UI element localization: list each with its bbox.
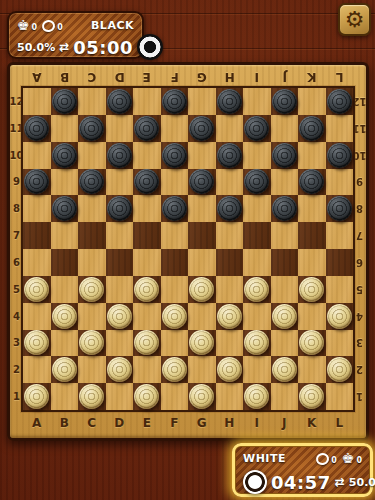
square-D8[interactable] [106, 195, 134, 222]
square-A9[interactable] [23, 169, 51, 196]
square-E4[interactable] [133, 303, 161, 330]
square-E6[interactable] [133, 249, 161, 276]
square-A5[interactable] [23, 276, 51, 303]
black-piece[interactable] [52, 143, 77, 168]
square-K5[interactable] [298, 276, 326, 303]
rank-label-1: 1 [10, 383, 23, 410]
square-G8[interactable] [188, 195, 216, 222]
rank-label-8: 8 [10, 195, 23, 222]
rank-labels-right: 121110987654321 [353, 88, 366, 410]
square-C4[interactable] [78, 303, 106, 330]
square-L3[interactable] [326, 330, 354, 357]
white-piece[interactable] [24, 384, 49, 409]
square-L10[interactable] [326, 142, 354, 169]
square-J9[interactable] [271, 169, 299, 196]
square-H3[interactable] [216, 330, 244, 357]
square-B10[interactable] [51, 142, 79, 169]
square-D11[interactable] [106, 115, 134, 142]
square-G4[interactable] [188, 303, 216, 330]
square-I4[interactable] [243, 303, 271, 330]
square-H8[interactable] [216, 195, 244, 222]
square-L1[interactable] [326, 383, 354, 410]
square-A4[interactable] [23, 303, 51, 330]
square-G3[interactable] [188, 330, 216, 357]
swap-arrows-icon: ⇄ [59, 42, 69, 52]
square-L2[interactable] [326, 356, 354, 383]
rank-label-5: 5 [10, 276, 23, 303]
file-label-E: E [133, 412, 161, 434]
file-label-G: G [188, 412, 216, 434]
square-I2[interactable] [243, 356, 271, 383]
square-H4[interactable] [216, 303, 244, 330]
square-I3[interactable] [243, 330, 271, 357]
captured-men-count: 0 [57, 23, 63, 32]
rank-label-7: 7 [353, 222, 366, 249]
white-piece[interactable] [24, 330, 49, 355]
square-D12[interactable] [106, 88, 134, 115]
square-D3[interactable] [106, 330, 134, 357]
black-piece[interactable] [327, 89, 352, 114]
black-piece[interactable] [52, 196, 77, 221]
rank-label-6: 6 [10, 249, 23, 276]
square-E8[interactable] [133, 195, 161, 222]
square-I12[interactable] [243, 88, 271, 115]
square-C2[interactable] [78, 356, 106, 383]
square-A11[interactable] [23, 115, 51, 142]
square-F5[interactable] [161, 276, 189, 303]
square-A6[interactable] [23, 249, 51, 276]
square-K1[interactable] [298, 383, 326, 410]
square-J1[interactable] [271, 383, 299, 410]
square-K6[interactable] [298, 249, 326, 276]
square-I6[interactable] [243, 249, 271, 276]
black-piece-icon [137, 34, 163, 60]
square-C3[interactable] [78, 330, 106, 357]
black-clock: 05:00 [73, 37, 133, 58]
square-B9[interactable] [51, 169, 79, 196]
white-piece[interactable] [299, 330, 324, 355]
white-piece[interactable] [272, 304, 297, 329]
black-piece[interactable] [162, 143, 187, 168]
square-J5[interactable] [271, 276, 299, 303]
square-H5[interactable] [216, 276, 244, 303]
swap-arrows-icon: ⇄ [335, 477, 345, 487]
square-E2[interactable] [133, 356, 161, 383]
black-piece[interactable] [134, 169, 159, 194]
rank-label-2: 2 [10, 356, 23, 383]
square-D1[interactable] [106, 383, 134, 410]
white-piece[interactable] [24, 277, 49, 302]
rank-label-3: 3 [10, 329, 23, 356]
square-I9[interactable] [243, 169, 271, 196]
white-piece[interactable] [52, 304, 77, 329]
white-player-label: WHITE [243, 452, 286, 465]
white-captured-counts: 0 ♚0 [316, 451, 362, 465]
white-piece[interactable] [134, 277, 159, 302]
square-L5[interactable] [326, 276, 354, 303]
black-piece[interactable] [52, 89, 77, 114]
white-piece[interactable] [79, 384, 104, 409]
captured-man-icon [41, 19, 57, 34]
square-C9[interactable] [78, 169, 106, 196]
black-piece[interactable] [299, 169, 324, 194]
square-B1[interactable] [51, 383, 79, 410]
black-piece[interactable] [272, 89, 297, 114]
file-label-H: H [216, 412, 244, 434]
black-captured-counts: ♚0 0 [17, 18, 63, 32]
white-piece[interactable] [189, 384, 214, 409]
square-A2[interactable] [23, 356, 51, 383]
square-J11[interactable] [271, 115, 299, 142]
square-D10[interactable] [106, 142, 134, 169]
rank-label-6: 6 [353, 249, 366, 276]
square-J4[interactable] [271, 303, 299, 330]
white-piece[interactable] [299, 384, 324, 409]
square-B2[interactable] [51, 356, 79, 383]
square-D6[interactable] [106, 249, 134, 276]
black-player-label: BLACK [91, 19, 134, 32]
rank-label-5: 5 [353, 276, 366, 303]
square-K3[interactable] [298, 330, 326, 357]
black-piece[interactable] [79, 169, 104, 194]
square-F1[interactable] [161, 383, 189, 410]
rank-label-3: 3 [353, 329, 366, 356]
white-piece[interactable] [217, 357, 242, 382]
square-I8[interactable] [243, 195, 271, 222]
white-piece[interactable] [134, 330, 159, 355]
square-B4[interactable] [51, 303, 79, 330]
black-piece[interactable] [189, 116, 214, 141]
captured-men-count: 0 [331, 456, 337, 465]
square-G9[interactable] [188, 169, 216, 196]
white-piece[interactable] [299, 277, 324, 302]
square-F9[interactable] [161, 169, 189, 196]
file-labels-bottom: ABCDEFGHIJKL [23, 412, 353, 434]
square-D4[interactable] [106, 303, 134, 330]
square-C1[interactable] [78, 383, 106, 410]
square-G7[interactable] [188, 222, 216, 249]
square-I11[interactable] [243, 115, 271, 142]
black-piece[interactable] [24, 116, 49, 141]
rank-label-9: 9 [353, 168, 366, 195]
black-piece[interactable] [244, 116, 269, 141]
white-piece[interactable] [244, 330, 269, 355]
rank-labels-left: 121110987654321 [10, 88, 23, 410]
square-F11[interactable] [161, 115, 189, 142]
square-H6[interactable] [216, 249, 244, 276]
square-A7[interactable] [23, 222, 51, 249]
square-D7[interactable] [106, 222, 134, 249]
square-L11[interactable] [326, 115, 354, 142]
square-F4[interactable] [161, 303, 189, 330]
square-G1[interactable] [188, 383, 216, 410]
white-piece[interactable] [79, 277, 104, 302]
rank-label-1: 1 [353, 383, 366, 410]
square-H10[interactable] [216, 142, 244, 169]
square-B11[interactable] [51, 115, 79, 142]
file-label-H: H [216, 67, 244, 87]
file-label-G: G [188, 67, 216, 87]
square-F7[interactable] [161, 222, 189, 249]
captured-kings-count: 0 [32, 23, 38, 32]
square-J12[interactable] [271, 88, 299, 115]
square-E7[interactable] [133, 222, 161, 249]
captured-king-icon: ♚ [17, 18, 30, 32]
file-label-D: D [106, 412, 134, 434]
square-A1[interactable] [23, 383, 51, 410]
white-piece[interactable] [327, 357, 352, 382]
checkers-app: { "game": "checkers", "variant": "Canadi… [0, 0, 375, 500]
square-F3[interactable] [161, 330, 189, 357]
file-labels-top: ABCDEFGHIJKL [23, 67, 353, 87]
rank-label-10: 10 [10, 142, 23, 169]
square-I7[interactable] [243, 222, 271, 249]
square-J6[interactable] [271, 249, 299, 276]
black-piece[interactable] [79, 116, 104, 141]
black-piece[interactable] [217, 89, 242, 114]
file-label-D: D [106, 67, 134, 87]
square-K7[interactable] [298, 222, 326, 249]
square-E11[interactable] [133, 115, 161, 142]
black-piece[interactable] [134, 116, 159, 141]
square-E1[interactable] [133, 383, 161, 410]
file-label-A: A [23, 412, 51, 434]
white-piece[interactable] [272, 357, 297, 382]
square-L4[interactable] [326, 303, 354, 330]
file-label-C: C [78, 67, 106, 87]
file-label-L: L [326, 67, 354, 87]
rank-label-4: 4 [10, 303, 23, 330]
white-clock: 04:57 [271, 472, 331, 493]
square-F8[interactable] [161, 195, 189, 222]
square-B6[interactable] [51, 249, 79, 276]
white-win-chance: 50.0% [349, 476, 375, 489]
black-piece[interactable] [299, 116, 324, 141]
captured-man-icon [315, 452, 331, 467]
square-F12[interactable] [161, 88, 189, 115]
file-label-J: J [271, 67, 299, 87]
black-piece[interactable] [272, 143, 297, 168]
rank-label-2: 2 [353, 356, 366, 383]
square-A12[interactable] [23, 88, 51, 115]
square-K4[interactable] [298, 303, 326, 330]
black-win-chance: 50.0% [17, 41, 55, 54]
white-piece[interactable] [327, 304, 352, 329]
file-label-C: C [78, 412, 106, 434]
square-H1[interactable] [216, 383, 244, 410]
black-piece[interactable] [107, 196, 132, 221]
square-J10[interactable] [271, 142, 299, 169]
black-piece[interactable] [217, 196, 242, 221]
file-label-A: A [23, 67, 51, 87]
black-piece[interactable] [217, 143, 242, 168]
rank-label-11: 11 [10, 115, 23, 142]
square-H2[interactable] [216, 356, 244, 383]
rank-label-12: 12 [10, 88, 23, 115]
black-piece[interactable] [107, 143, 132, 168]
white-player-panel: WHITE 0 ♚0 04:57 ⇄ 50.0% [232, 443, 373, 497]
rank-label-7: 7 [10, 222, 23, 249]
black-piece[interactable] [24, 169, 49, 194]
file-label-I: I [243, 412, 271, 434]
white-piece[interactable] [79, 330, 104, 355]
file-label-F: F [161, 67, 189, 87]
black-player-panel: ♚0 0 BLACK 50.0% ⇄ 05:00 [7, 11, 144, 59]
square-E3[interactable] [133, 330, 161, 357]
square-G10[interactable] [188, 142, 216, 169]
square-C5[interactable] [78, 276, 106, 303]
square-G2[interactable] [188, 356, 216, 383]
square-D2[interactable] [106, 356, 134, 383]
square-K12[interactable] [298, 88, 326, 115]
square-K8[interactable] [298, 195, 326, 222]
rank-label-8: 8 [353, 195, 366, 222]
white-piece[interactable] [162, 357, 187, 382]
square-C8[interactable] [78, 195, 106, 222]
black-piece[interactable] [327, 143, 352, 168]
square-H9[interactable] [216, 169, 244, 196]
file-label-L: L [326, 412, 354, 434]
white-piece[interactable] [52, 357, 77, 382]
white-piece[interactable] [244, 384, 269, 409]
square-G6[interactable] [188, 249, 216, 276]
rank-label-12: 12 [353, 88, 366, 115]
square-K10[interactable] [298, 142, 326, 169]
white-piece[interactable] [189, 277, 214, 302]
rank-label-4: 4 [353, 303, 366, 330]
square-D5[interactable] [106, 276, 134, 303]
white-piece[interactable] [134, 384, 159, 409]
file-label-I: I [243, 67, 271, 87]
black-piece[interactable] [107, 89, 132, 114]
square-J3[interactable] [271, 330, 299, 357]
square-C6[interactable] [78, 249, 106, 276]
square-F2[interactable] [161, 356, 189, 383]
black-piece[interactable] [162, 89, 187, 114]
square-G12[interactable] [188, 88, 216, 115]
white-piece[interactable] [217, 304, 242, 329]
square-L6[interactable] [326, 249, 354, 276]
square-F10[interactable] [161, 142, 189, 169]
square-H11[interactable] [216, 115, 244, 142]
square-B7[interactable] [51, 222, 79, 249]
black-piece[interactable] [189, 169, 214, 194]
square-I10[interactable] [243, 142, 271, 169]
square-H12[interactable] [216, 88, 244, 115]
checkers-board: ABCDEFGHIJKL 121110987654321 12111098765… [7, 62, 369, 441]
rank-label-10: 10 [353, 142, 366, 169]
captured-kings-count: 0 [356, 456, 362, 465]
white-piece[interactable] [162, 304, 187, 329]
settings-button[interactable]: ⚙ [338, 3, 371, 36]
captured-king-icon: ♚ [342, 451, 355, 465]
file-label-K: K [298, 67, 326, 87]
square-E10[interactable] [133, 142, 161, 169]
white-piece[interactable] [107, 357, 132, 382]
black-piece[interactable] [162, 196, 187, 221]
white-piece-icon [243, 470, 267, 494]
square-B5[interactable] [51, 276, 79, 303]
square-J7[interactable] [271, 222, 299, 249]
square-B3[interactable] [51, 330, 79, 357]
square-G5[interactable] [188, 276, 216, 303]
square-F6[interactable] [161, 249, 189, 276]
file-label-E: E [133, 67, 161, 87]
file-label-K: K [298, 412, 326, 434]
rank-label-9: 9 [10, 168, 23, 195]
square-E9[interactable] [133, 169, 161, 196]
file-label-B: B [51, 412, 79, 434]
square-A8[interactable] [23, 195, 51, 222]
square-J8[interactable] [271, 195, 299, 222]
black-piece[interactable] [244, 169, 269, 194]
square-B12[interactable] [51, 88, 79, 115]
square-K11[interactable] [298, 115, 326, 142]
board-grid [23, 88, 353, 410]
file-label-J: J [271, 412, 299, 434]
white-piece[interactable] [244, 277, 269, 302]
square-K9[interactable] [298, 169, 326, 196]
square-C12[interactable] [78, 88, 106, 115]
square-K2[interactable] [298, 356, 326, 383]
rank-label-11: 11 [353, 115, 366, 142]
square-L9[interactable] [326, 169, 354, 196]
square-D9[interactable] [106, 169, 134, 196]
square-L12[interactable] [326, 88, 354, 115]
square-L7[interactable] [326, 222, 354, 249]
square-L8[interactable] [326, 195, 354, 222]
square-I1[interactable] [243, 383, 271, 410]
white-piece[interactable] [107, 304, 132, 329]
square-E5[interactable] [133, 276, 161, 303]
square-E12[interactable] [133, 88, 161, 115]
white-piece[interactable] [189, 330, 214, 355]
black-piece[interactable] [272, 196, 297, 221]
square-C11[interactable] [78, 115, 106, 142]
square-I5[interactable] [243, 276, 271, 303]
square-A10[interactable] [23, 142, 51, 169]
file-label-F: F [161, 412, 189, 434]
square-J2[interactable] [271, 356, 299, 383]
black-piece[interactable] [327, 196, 352, 221]
square-B8[interactable] [51, 195, 79, 222]
gear-icon: ⚙ [345, 9, 365, 31]
square-C7[interactable] [78, 222, 106, 249]
square-G11[interactable] [188, 115, 216, 142]
square-A3[interactable] [23, 330, 51, 357]
square-H7[interactable] [216, 222, 244, 249]
file-label-B: B [51, 67, 79, 87]
square-C10[interactable] [78, 142, 106, 169]
